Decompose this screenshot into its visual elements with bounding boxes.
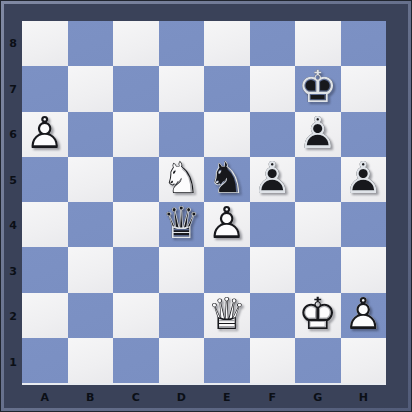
square-e7[interactable] [204, 66, 250, 111]
black-pawn-outline-icon: ♙ [295, 112, 341, 157]
piece-white-pawn[interactable]: ♟♙ [341, 293, 387, 338]
chess-diagram: 87654321 ♚♔♟♙♟♙♞♘♞♘♟♙♟♙♛♕♟♙♛♕♚♔♟♙ ABCDEF… [0, 0, 412, 412]
piece-black-king[interactable]: ♚♔ [295, 66, 341, 111]
square-h6[interactable] [341, 112, 387, 157]
piece-black-knight[interactable]: ♞♘ [204, 157, 250, 202]
square-a8[interactable] [22, 21, 68, 66]
square-b4[interactable] [68, 202, 114, 247]
square-e6[interactable] [204, 112, 250, 157]
square-c7[interactable] [113, 66, 159, 111]
file-label-f: F [250, 387, 296, 407]
square-c2[interactable] [113, 293, 159, 338]
square-d5[interactable]: ♞♘ [159, 157, 205, 202]
square-g5[interactable] [295, 157, 341, 202]
square-d6[interactable] [159, 112, 205, 157]
white-king-outline-icon: ♔ [295, 293, 341, 338]
square-c4[interactable] [113, 202, 159, 247]
square-e1[interactable] [204, 338, 250, 383]
piece-white-pawn[interactable]: ♟♙ [22, 112, 68, 157]
square-a5[interactable] [22, 157, 68, 202]
white-pawn-outline-icon: ♙ [341, 293, 387, 338]
white-pawn-outline-icon: ♙ [22, 112, 68, 157]
piece-white-knight[interactable]: ♞♘ [159, 157, 205, 202]
piece-white-king[interactable]: ♚♔ [295, 293, 341, 338]
rank-label-6: 6 [4, 112, 22, 158]
square-a7[interactable] [22, 66, 68, 111]
rank-label-8: 8 [4, 21, 22, 67]
rank-label-5: 5 [4, 158, 22, 204]
square-f2[interactable] [250, 293, 296, 338]
square-d4[interactable]: ♛♕ [159, 202, 205, 247]
square-b1[interactable] [68, 338, 114, 383]
file-labels: ABCDEFGH [22, 387, 386, 407]
square-h3[interactable] [341, 247, 387, 292]
rank-labels: 87654321 [4, 21, 22, 385]
square-h8[interactable] [341, 21, 387, 66]
piece-white-pawn[interactable]: ♟♙ [204, 202, 250, 247]
file-label-h: H [341, 387, 387, 407]
square-h7[interactable] [341, 66, 387, 111]
square-b3[interactable] [68, 247, 114, 292]
square-h4[interactable] [341, 202, 387, 247]
file-label-c: C [113, 387, 159, 407]
square-d8[interactable] [159, 21, 205, 66]
piece-black-pawn[interactable]: ♟♙ [295, 112, 341, 157]
square-b6[interactable] [68, 112, 114, 157]
piece-black-pawn[interactable]: ♟♙ [341, 157, 387, 202]
white-queen-outline-icon: ♕ [204, 293, 250, 338]
square-a1[interactable] [22, 338, 68, 383]
square-f1[interactable] [250, 338, 296, 383]
square-e5[interactable]: ♞♘ [204, 157, 250, 202]
square-b5[interactable] [68, 157, 114, 202]
square-h2[interactable]: ♟♙ [341, 293, 387, 338]
white-pawn-outline-icon: ♙ [204, 202, 250, 247]
white-knight-outline-icon: ♘ [159, 157, 205, 202]
rank-label-7: 7 [4, 67, 22, 113]
square-d3[interactable] [159, 247, 205, 292]
square-c6[interactable] [113, 112, 159, 157]
rank-label-3: 3 [4, 249, 22, 295]
square-g2[interactable]: ♚♔ [295, 293, 341, 338]
square-g7[interactable]: ♚♔ [295, 66, 341, 111]
black-pawn-outline-icon: ♙ [341, 157, 387, 202]
rank-label-1: 1 [4, 340, 22, 386]
square-f8[interactable] [250, 21, 296, 66]
square-b7[interactable] [68, 66, 114, 111]
piece-black-queen[interactable]: ♛♕ [159, 202, 205, 247]
square-d1[interactable] [159, 338, 205, 383]
square-h5[interactable]: ♟♙ [341, 157, 387, 202]
square-g3[interactable] [295, 247, 341, 292]
square-a4[interactable] [22, 202, 68, 247]
black-queen-outline-icon: ♕ [159, 202, 205, 247]
piece-black-pawn[interactable]: ♟♙ [250, 157, 296, 202]
square-a3[interactable] [22, 247, 68, 292]
square-g1[interactable] [295, 338, 341, 383]
board: ♚♔♟♙♟♙♞♘♞♘♟♙♟♙♛♕♟♙♛♕♚♔♟♙ [22, 21, 386, 385]
file-label-d: D [159, 387, 205, 407]
square-e3[interactable] [204, 247, 250, 292]
square-e8[interactable] [204, 21, 250, 66]
square-g4[interactable] [295, 202, 341, 247]
file-label-e: E [204, 387, 250, 407]
rank-label-4: 4 [4, 203, 22, 249]
black-king-outline-icon: ♔ [295, 66, 341, 111]
square-g8[interactable] [295, 21, 341, 66]
square-c8[interactable] [113, 21, 159, 66]
file-label-a: A [22, 387, 68, 407]
square-g6[interactable]: ♟♙ [295, 112, 341, 157]
square-h1[interactable] [341, 338, 387, 383]
square-f4[interactable] [250, 202, 296, 247]
square-c3[interactable] [113, 247, 159, 292]
black-pawn-outline-icon: ♙ [250, 157, 296, 202]
square-f7[interactable] [250, 66, 296, 111]
piece-white-queen[interactable]: ♛♕ [204, 293, 250, 338]
square-d7[interactable] [159, 66, 205, 111]
square-e2[interactable]: ♛♕ [204, 293, 250, 338]
square-b2[interactable] [68, 293, 114, 338]
square-e4[interactable]: ♟♙ [204, 202, 250, 247]
square-a6[interactable]: ♟♙ [22, 112, 68, 157]
file-label-b: B [68, 387, 114, 407]
square-d2[interactable] [159, 293, 205, 338]
square-f5[interactable]: ♟♙ [250, 157, 296, 202]
square-c1[interactable] [113, 338, 159, 383]
file-label-g: G [295, 387, 341, 407]
square-f3[interactable] [250, 247, 296, 292]
square-f6[interactable] [250, 112, 296, 157]
rank-label-2: 2 [4, 294, 22, 340]
black-knight-outline-icon: ♘ [204, 157, 250, 202]
square-c5[interactable] [113, 157, 159, 202]
square-a2[interactable] [22, 293, 68, 338]
square-b8[interactable] [68, 21, 114, 66]
